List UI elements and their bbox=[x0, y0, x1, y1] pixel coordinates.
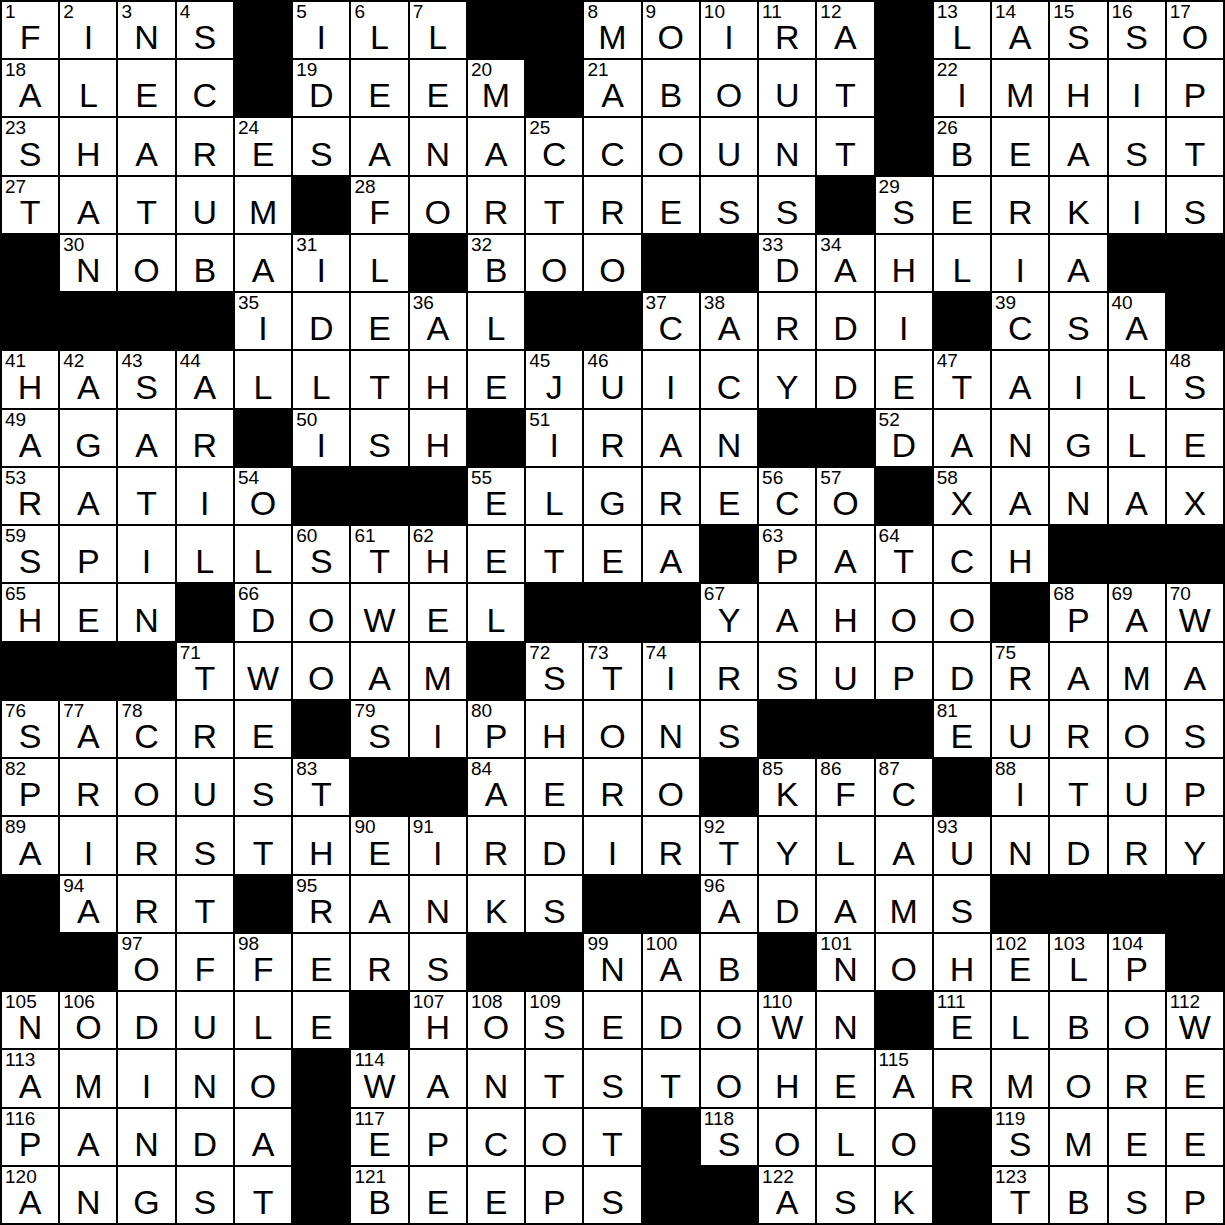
cell-r14c4[interactable]: U bbox=[177, 759, 233, 815]
cell-r5c18[interactable]: I bbox=[992, 235, 1048, 291]
cell-r13c20[interactable]: O bbox=[1109, 701, 1165, 757]
cell-r13c17[interactable]: 81E bbox=[934, 701, 990, 757]
cell-r6c18[interactable]: 39C bbox=[992, 293, 1048, 349]
cell-r20c19[interactable]: M bbox=[1050, 1109, 1106, 1165]
cell-r12c15[interactable]: U bbox=[817, 643, 873, 699]
cell-r13c12[interactable]: N bbox=[643, 701, 699, 757]
cell-r7c7[interactable]: T bbox=[351, 351, 407, 407]
cell-r9c20[interactable]: A bbox=[1109, 468, 1165, 524]
cell-r19c18[interactable]: M bbox=[992, 1050, 1048, 1106]
cell-r18c2[interactable]: 106O bbox=[60, 992, 116, 1048]
cell-r16c6[interactable]: 95R bbox=[293, 876, 349, 932]
cell-r3c20[interactable]: S bbox=[1109, 118, 1165, 174]
cell-r18c17[interactable]: 111E bbox=[934, 992, 990, 1048]
cell-r8c19[interactable]: G bbox=[1050, 410, 1106, 466]
cell-r17c12[interactable]: 100A bbox=[643, 934, 699, 990]
cell-r21c2[interactable]: N bbox=[60, 1167, 116, 1223]
cell-r7c3[interactable]: 43S bbox=[118, 351, 174, 407]
cell-r8c8[interactable]: H bbox=[410, 410, 466, 466]
cell-r9c9[interactable]: 55E bbox=[468, 468, 524, 524]
cell-r1c20[interactable]: 16S bbox=[1109, 2, 1165, 58]
cell-r4c18[interactable]: R bbox=[992, 177, 1048, 233]
cell-r4c3[interactable]: T bbox=[118, 177, 174, 233]
cell-r10c5[interactable]: L bbox=[235, 526, 291, 582]
cell-r18c13[interactable]: O bbox=[701, 992, 757, 1048]
cell-r11c6[interactable]: O bbox=[293, 584, 349, 640]
cell-r19c21[interactable]: E bbox=[1167, 1050, 1223, 1106]
cell-r17c20[interactable]: 104P bbox=[1109, 934, 1165, 990]
cell-r8c11[interactable]: R bbox=[584, 410, 640, 466]
cell-r8c20[interactable]: L bbox=[1109, 410, 1165, 466]
cell-r18c12[interactable]: D bbox=[643, 992, 699, 1048]
cell-r21c7[interactable]: 121B bbox=[351, 1167, 407, 1223]
cell-r17c16[interactable]: O bbox=[876, 934, 932, 990]
cell-r8c10[interactable]: 51I bbox=[526, 410, 582, 466]
cell-r12c20[interactable]: M bbox=[1109, 643, 1165, 699]
cell-r10c1[interactable]: 59S bbox=[2, 526, 58, 582]
cell-r5c3[interactable]: O bbox=[118, 235, 174, 291]
cell-r20c14[interactable]: O bbox=[759, 1109, 815, 1165]
cell-r2c17[interactable]: 22I bbox=[934, 60, 990, 116]
cell-r19c20[interactable]: R bbox=[1109, 1050, 1165, 1106]
cell-r1c19[interactable]: 15S bbox=[1050, 2, 1106, 58]
cell-r14c6[interactable]: 83T bbox=[293, 759, 349, 815]
cell-r17c17[interactable]: H bbox=[934, 934, 990, 990]
cell-r14c20[interactable]: U bbox=[1109, 759, 1165, 815]
cell-r16c13[interactable]: 96A bbox=[701, 876, 757, 932]
cell-r9c5[interactable]: 54O bbox=[235, 468, 291, 524]
cell-r8c12[interactable]: A bbox=[643, 410, 699, 466]
cell-r2c14[interactable]: U bbox=[759, 60, 815, 116]
cell-r9c18[interactable]: A bbox=[992, 468, 1048, 524]
cell-r20c18[interactable]: 119S bbox=[992, 1109, 1048, 1165]
cell-r6c12[interactable]: 37C bbox=[643, 293, 699, 349]
cell-r13c7[interactable]: 79S bbox=[351, 701, 407, 757]
cell-r18c21[interactable]: 112W bbox=[1167, 992, 1223, 1048]
cell-r2c20[interactable]: I bbox=[1109, 60, 1165, 116]
cell-r15c18[interactable]: N bbox=[992, 817, 1048, 873]
cell-r3c5[interactable]: 24E bbox=[235, 118, 291, 174]
cell-r15c16[interactable]: A bbox=[876, 817, 932, 873]
cell-r15c5[interactable]: T bbox=[235, 817, 291, 873]
cell-r21c18[interactable]: 123T bbox=[992, 1167, 1048, 1223]
cell-r9c13[interactable]: E bbox=[701, 468, 757, 524]
cell-r18c20[interactable]: O bbox=[1109, 992, 1165, 1048]
cell-r6c19[interactable]: S bbox=[1050, 293, 1106, 349]
cell-r13c1[interactable]: 76S bbox=[2, 701, 58, 757]
cell-r21c10[interactable]: P bbox=[526, 1167, 582, 1223]
cell-r3c17[interactable]: 26B bbox=[934, 118, 990, 174]
cell-r11c8[interactable]: E bbox=[410, 584, 466, 640]
cell-r18c5[interactable]: L bbox=[235, 992, 291, 1048]
cell-r16c14[interactable]: D bbox=[759, 876, 815, 932]
cell-r3c8[interactable]: N bbox=[410, 118, 466, 174]
cell-r19c19[interactable]: O bbox=[1050, 1050, 1106, 1106]
cell-r20c7[interactable]: 117E bbox=[351, 1109, 407, 1165]
cell-r19c13[interactable]: O bbox=[701, 1050, 757, 1106]
cell-r21c1[interactable]: 120A bbox=[2, 1167, 58, 1223]
cell-r9c21[interactable]: X bbox=[1167, 468, 1223, 524]
cell-r17c4[interactable]: F bbox=[177, 934, 233, 990]
cell-r4c19[interactable]: K bbox=[1050, 177, 1106, 233]
cell-r10c18[interactable]: H bbox=[992, 526, 1048, 582]
cell-r10c9[interactable]: E bbox=[468, 526, 524, 582]
cell-r15c7[interactable]: 90E bbox=[351, 817, 407, 873]
cell-r21c14[interactable]: 122A bbox=[759, 1167, 815, 1223]
cell-r21c11[interactable]: S bbox=[584, 1167, 640, 1223]
cell-r10c14[interactable]: 63P bbox=[759, 526, 815, 582]
cell-r6c20[interactable]: 40A bbox=[1109, 293, 1165, 349]
cell-r14c10[interactable]: E bbox=[526, 759, 582, 815]
cell-r21c5[interactable]: T bbox=[235, 1167, 291, 1223]
cell-r18c14[interactable]: 110W bbox=[759, 992, 815, 1048]
cell-r11c16[interactable]: O bbox=[876, 584, 932, 640]
cell-r14c2[interactable]: R bbox=[60, 759, 116, 815]
cell-r7c1[interactable]: 41H bbox=[2, 351, 58, 407]
cell-r15c20[interactable]: R bbox=[1109, 817, 1165, 873]
cell-r11c19[interactable]: 68P bbox=[1050, 584, 1106, 640]
cell-r4c9[interactable]: R bbox=[468, 177, 524, 233]
cell-r2c12[interactable]: B bbox=[643, 60, 699, 116]
cell-r10c3[interactable]: I bbox=[118, 526, 174, 582]
cell-r14c15[interactable]: 86F bbox=[817, 759, 873, 815]
cell-r7c5[interactable]: L bbox=[235, 351, 291, 407]
cell-r8c17[interactable]: A bbox=[934, 410, 990, 466]
cell-r18c19[interactable]: B bbox=[1050, 992, 1106, 1048]
cell-r12c17[interactable]: D bbox=[934, 643, 990, 699]
cell-r1c4[interactable]: 4S bbox=[177, 2, 233, 58]
cell-r5c4[interactable]: B bbox=[177, 235, 233, 291]
cell-r4c11[interactable]: R bbox=[584, 177, 640, 233]
cell-r9c3[interactable]: T bbox=[118, 468, 174, 524]
cell-r15c3[interactable]: R bbox=[118, 817, 174, 873]
cell-r13c13[interactable]: S bbox=[701, 701, 757, 757]
cell-r8c13[interactable]: N bbox=[701, 410, 757, 466]
cell-r16c2[interactable]: 94A bbox=[60, 876, 116, 932]
cell-r5c6[interactable]: 31I bbox=[293, 235, 349, 291]
cell-r4c21[interactable]: S bbox=[1167, 177, 1223, 233]
cell-r8c2[interactable]: G bbox=[60, 410, 116, 466]
cell-r14c5[interactable]: S bbox=[235, 759, 291, 815]
cell-r13c9[interactable]: 80P bbox=[468, 701, 524, 757]
cell-r4c10[interactable]: T bbox=[526, 177, 582, 233]
cell-r21c19[interactable]: B bbox=[1050, 1167, 1106, 1223]
cell-r10c8[interactable]: 62H bbox=[410, 526, 466, 582]
cell-r12c16[interactable]: P bbox=[876, 643, 932, 699]
cell-r8c7[interactable]: S bbox=[351, 410, 407, 466]
cell-r5c14[interactable]: 33D bbox=[759, 235, 815, 291]
cell-r10c17[interactable]: C bbox=[934, 526, 990, 582]
cell-r4c2[interactable]: A bbox=[60, 177, 116, 233]
cell-r15c2[interactable]: I bbox=[60, 817, 116, 873]
cell-r12c21[interactable]: A bbox=[1167, 643, 1223, 699]
cell-r17c18[interactable]: 102E bbox=[992, 934, 1048, 990]
cell-r3c4[interactable]: R bbox=[177, 118, 233, 174]
cell-r7c2[interactable]: 42A bbox=[60, 351, 116, 407]
cell-r1c13[interactable]: 10I bbox=[701, 2, 757, 58]
cell-r17c7[interactable]: R bbox=[351, 934, 407, 990]
cell-r14c9[interactable]: 84A bbox=[468, 759, 524, 815]
cell-r19c4[interactable]: N bbox=[177, 1050, 233, 1106]
cell-r12c7[interactable]: A bbox=[351, 643, 407, 699]
cell-r21c21[interactable]: P bbox=[1167, 1167, 1223, 1223]
cell-r16c10[interactable]: S bbox=[526, 876, 582, 932]
cell-r3c9[interactable]: A bbox=[468, 118, 524, 174]
cell-r9c1[interactable]: 53R bbox=[2, 468, 58, 524]
cell-r19c16[interactable]: 115A bbox=[876, 1050, 932, 1106]
cell-r1c17[interactable]: 13L bbox=[934, 2, 990, 58]
cell-r17c11[interactable]: 99N bbox=[584, 934, 640, 990]
cell-r20c8[interactable]: P bbox=[410, 1109, 466, 1165]
cell-r7c18[interactable]: A bbox=[992, 351, 1048, 407]
cell-r13c18[interactable]: U bbox=[992, 701, 1048, 757]
cell-r13c3[interactable]: 78C bbox=[118, 701, 174, 757]
cell-r4c17[interactable]: E bbox=[934, 177, 990, 233]
cell-r15c13[interactable]: 92T bbox=[701, 817, 757, 873]
cell-r20c2[interactable]: A bbox=[60, 1109, 116, 1165]
cell-r20c5[interactable]: A bbox=[235, 1109, 291, 1165]
cell-r2c6[interactable]: 19D bbox=[293, 60, 349, 116]
cell-r5c11[interactable]: O bbox=[584, 235, 640, 291]
cell-r1c14[interactable]: 11R bbox=[759, 2, 815, 58]
cell-r13c11[interactable]: O bbox=[584, 701, 640, 757]
cell-r20c21[interactable]: E bbox=[1167, 1109, 1223, 1165]
cell-r16c8[interactable]: N bbox=[410, 876, 466, 932]
cell-r9c4[interactable]: I bbox=[177, 468, 233, 524]
cell-r18c10[interactable]: 109S bbox=[526, 992, 582, 1048]
cell-r3c18[interactable]: E bbox=[992, 118, 1048, 174]
cell-r9c11[interactable]: G bbox=[584, 468, 640, 524]
cell-r6c8[interactable]: 36A bbox=[410, 293, 466, 349]
cell-r5c7[interactable]: L bbox=[351, 235, 407, 291]
cell-r1c3[interactable]: 3N bbox=[118, 2, 174, 58]
cell-r20c15[interactable]: L bbox=[817, 1109, 873, 1165]
cell-r2c8[interactable]: E bbox=[410, 60, 466, 116]
cell-r14c21[interactable]: P bbox=[1167, 759, 1223, 815]
cell-r17c13[interactable]: B bbox=[701, 934, 757, 990]
cell-r15c1[interactable]: 89A bbox=[2, 817, 58, 873]
cell-r1c12[interactable]: 9O bbox=[643, 2, 699, 58]
cell-r20c1[interactable]: 116P bbox=[2, 1109, 58, 1165]
cell-r4c8[interactable]: O bbox=[410, 177, 466, 233]
cell-r2c2[interactable]: L bbox=[60, 60, 116, 116]
cell-r6c15[interactable]: D bbox=[817, 293, 873, 349]
cell-r7c16[interactable]: E bbox=[876, 351, 932, 407]
cell-r10c4[interactable]: L bbox=[177, 526, 233, 582]
cell-r1c1[interactable]: 1F bbox=[2, 2, 58, 58]
cell-r5c5[interactable]: A bbox=[235, 235, 291, 291]
cell-r7c15[interactable]: D bbox=[817, 351, 873, 407]
cell-r20c13[interactable]: 118S bbox=[701, 1109, 757, 1165]
cell-r7c13[interactable]: C bbox=[701, 351, 757, 407]
cell-r3c1[interactable]: 23S bbox=[2, 118, 58, 174]
cell-r2c7[interactable]: E bbox=[351, 60, 407, 116]
cell-r10c16[interactable]: 64T bbox=[876, 526, 932, 582]
cell-r16c17[interactable]: S bbox=[934, 876, 990, 932]
cell-r11c14[interactable]: A bbox=[759, 584, 815, 640]
cell-r11c21[interactable]: 70W bbox=[1167, 584, 1223, 640]
cell-r10c6[interactable]: 60S bbox=[293, 526, 349, 582]
cell-r15c11[interactable]: I bbox=[584, 817, 640, 873]
cell-r21c15[interactable]: S bbox=[817, 1167, 873, 1223]
cell-r1c21[interactable]: 17O bbox=[1167, 2, 1223, 58]
cell-r18c9[interactable]: 108O bbox=[468, 992, 524, 1048]
cell-r21c8[interactable]: E bbox=[410, 1167, 466, 1223]
cell-r17c3[interactable]: 97O bbox=[118, 934, 174, 990]
cell-r5c15[interactable]: 34A bbox=[817, 235, 873, 291]
cell-r11c9[interactable]: L bbox=[468, 584, 524, 640]
cell-r6c13[interactable]: 38A bbox=[701, 293, 757, 349]
cell-r7c21[interactable]: 48S bbox=[1167, 351, 1223, 407]
cell-r15c6[interactable]: H bbox=[293, 817, 349, 873]
cell-r8c1[interactable]: 49A bbox=[2, 410, 58, 466]
cell-r4c20[interactable]: I bbox=[1109, 177, 1165, 233]
cell-r5c19[interactable]: A bbox=[1050, 235, 1106, 291]
cell-r19c15[interactable]: E bbox=[817, 1050, 873, 1106]
cell-r14c18[interactable]: 88I bbox=[992, 759, 1048, 815]
cell-r8c3[interactable]: A bbox=[118, 410, 174, 466]
cell-r8c21[interactable]: E bbox=[1167, 410, 1223, 466]
cell-r15c19[interactable]: D bbox=[1050, 817, 1106, 873]
cell-r3c6[interactable]: S bbox=[293, 118, 349, 174]
cell-r3c12[interactable]: O bbox=[643, 118, 699, 174]
cell-r20c11[interactable]: T bbox=[584, 1109, 640, 1165]
cell-r9c14[interactable]: 56C bbox=[759, 468, 815, 524]
cell-r7c10[interactable]: 45J bbox=[526, 351, 582, 407]
cell-r8c18[interactable]: N bbox=[992, 410, 1048, 466]
cell-r13c5[interactable]: E bbox=[235, 701, 291, 757]
cell-r2c3[interactable]: E bbox=[118, 60, 174, 116]
cell-r3c14[interactable]: N bbox=[759, 118, 815, 174]
cell-r21c9[interactable]: E bbox=[468, 1167, 524, 1223]
cell-r13c8[interactable]: I bbox=[410, 701, 466, 757]
cell-r13c2[interactable]: 77A bbox=[60, 701, 116, 757]
cell-r20c3[interactable]: N bbox=[118, 1109, 174, 1165]
cell-r18c8[interactable]: 107H bbox=[410, 992, 466, 1048]
cell-r3c19[interactable]: A bbox=[1050, 118, 1106, 174]
cell-r4c14[interactable]: S bbox=[759, 177, 815, 233]
cell-r3c7[interactable]: A bbox=[351, 118, 407, 174]
cell-r21c16[interactable]: K bbox=[876, 1167, 932, 1223]
cell-r11c7[interactable]: W bbox=[351, 584, 407, 640]
cell-r19c7[interactable]: 114W bbox=[351, 1050, 407, 1106]
cell-r18c11[interactable]: E bbox=[584, 992, 640, 1048]
cell-r12c4[interactable]: 71T bbox=[177, 643, 233, 699]
cell-r12c6[interactable]: O bbox=[293, 643, 349, 699]
cell-r5c2[interactable]: 30N bbox=[60, 235, 116, 291]
cell-r9c12[interactable]: R bbox=[643, 468, 699, 524]
cell-r12c8[interactable]: M bbox=[410, 643, 466, 699]
cell-r9c17[interactable]: 58X bbox=[934, 468, 990, 524]
cell-r6c7[interactable]: E bbox=[351, 293, 407, 349]
cell-r12c5[interactable]: W bbox=[235, 643, 291, 699]
cell-r21c20[interactable]: S bbox=[1109, 1167, 1165, 1223]
cell-r10c15[interactable]: A bbox=[817, 526, 873, 582]
cell-r19c17[interactable]: R bbox=[934, 1050, 990, 1106]
cell-r3c10[interactable]: 25C bbox=[526, 118, 582, 174]
cell-r15c14[interactable]: Y bbox=[759, 817, 815, 873]
cell-r2c18[interactable]: M bbox=[992, 60, 1048, 116]
cell-r9c19[interactable]: N bbox=[1050, 468, 1106, 524]
cell-r4c1[interactable]: 27T bbox=[2, 177, 58, 233]
cell-r15c15[interactable]: L bbox=[817, 817, 873, 873]
cell-r13c21[interactable]: S bbox=[1167, 701, 1223, 757]
cell-r11c20[interactable]: 69A bbox=[1109, 584, 1165, 640]
cell-r10c7[interactable]: 61T bbox=[351, 526, 407, 582]
cell-r19c10[interactable]: T bbox=[526, 1050, 582, 1106]
cell-r20c4[interactable]: D bbox=[177, 1109, 233, 1165]
cell-r5c10[interactable]: O bbox=[526, 235, 582, 291]
cell-r20c16[interactable]: O bbox=[876, 1109, 932, 1165]
cell-r19c9[interactable]: N bbox=[468, 1050, 524, 1106]
cell-r18c15[interactable]: N bbox=[817, 992, 873, 1048]
cell-r11c5[interactable]: 66D bbox=[235, 584, 291, 640]
cell-r3c21[interactable]: T bbox=[1167, 118, 1223, 174]
cell-r2c21[interactable]: P bbox=[1167, 60, 1223, 116]
cell-r14c12[interactable]: O bbox=[643, 759, 699, 815]
cell-r6c5[interactable]: 35I bbox=[235, 293, 291, 349]
cell-r1c8[interactable]: 7L bbox=[410, 2, 466, 58]
cell-r16c7[interactable]: A bbox=[351, 876, 407, 932]
cell-r12c10[interactable]: 72S bbox=[526, 643, 582, 699]
cell-r7c6[interactable]: L bbox=[293, 351, 349, 407]
cell-r2c1[interactable]: 18A bbox=[2, 60, 58, 116]
cell-r20c9[interactable]: C bbox=[468, 1109, 524, 1165]
cell-r17c19[interactable]: 103L bbox=[1050, 934, 1106, 990]
cell-r15c12[interactable]: R bbox=[643, 817, 699, 873]
cell-r9c2[interactable]: A bbox=[60, 468, 116, 524]
cell-r3c13[interactable]: U bbox=[701, 118, 757, 174]
cell-r2c19[interactable]: H bbox=[1050, 60, 1106, 116]
cell-r11c13[interactable]: 67Y bbox=[701, 584, 757, 640]
cell-r1c6[interactable]: 5I bbox=[293, 2, 349, 58]
cell-r21c4[interactable]: S bbox=[177, 1167, 233, 1223]
cell-r6c6[interactable]: D bbox=[293, 293, 349, 349]
cell-r1c15[interactable]: 12A bbox=[817, 2, 873, 58]
cell-r7c20[interactable]: L bbox=[1109, 351, 1165, 407]
cell-r12c18[interactable]: 75R bbox=[992, 643, 1048, 699]
cell-r5c16[interactable]: H bbox=[876, 235, 932, 291]
cell-r5c9[interactable]: 32B bbox=[468, 235, 524, 291]
cell-r17c6[interactable]: E bbox=[293, 934, 349, 990]
cell-r11c15[interactable]: H bbox=[817, 584, 873, 640]
cell-r11c2[interactable]: E bbox=[60, 584, 116, 640]
cell-r21c3[interactable]: G bbox=[118, 1167, 174, 1223]
cell-r6c14[interactable]: R bbox=[759, 293, 815, 349]
cell-r4c16[interactable]: 29S bbox=[876, 177, 932, 233]
cell-r2c13[interactable]: O bbox=[701, 60, 757, 116]
cell-r17c8[interactable]: S bbox=[410, 934, 466, 990]
cell-r8c4[interactable]: R bbox=[177, 410, 233, 466]
cell-r14c16[interactable]: 87C bbox=[876, 759, 932, 815]
cell-r20c20[interactable]: E bbox=[1109, 1109, 1165, 1165]
cell-r7c14[interactable]: Y bbox=[759, 351, 815, 407]
cell-r4c13[interactable]: S bbox=[701, 177, 757, 233]
cell-r14c3[interactable]: O bbox=[118, 759, 174, 815]
cell-r14c14[interactable]: 85K bbox=[759, 759, 815, 815]
cell-r2c11[interactable]: 21A bbox=[584, 60, 640, 116]
cell-r1c18[interactable]: 14A bbox=[992, 2, 1048, 58]
cell-r19c1[interactable]: 113A bbox=[2, 1050, 58, 1106]
cell-r10c12[interactable]: A bbox=[643, 526, 699, 582]
cell-r6c16[interactable]: I bbox=[876, 293, 932, 349]
cell-r2c4[interactable]: C bbox=[177, 60, 233, 116]
cell-r1c11[interactable]: 8M bbox=[584, 2, 640, 58]
cell-r17c5[interactable]: 98F bbox=[235, 934, 291, 990]
cell-r7c12[interactable]: I bbox=[643, 351, 699, 407]
cell-r15c4[interactable]: S bbox=[177, 817, 233, 873]
cell-r8c6[interactable]: 50I bbox=[293, 410, 349, 466]
